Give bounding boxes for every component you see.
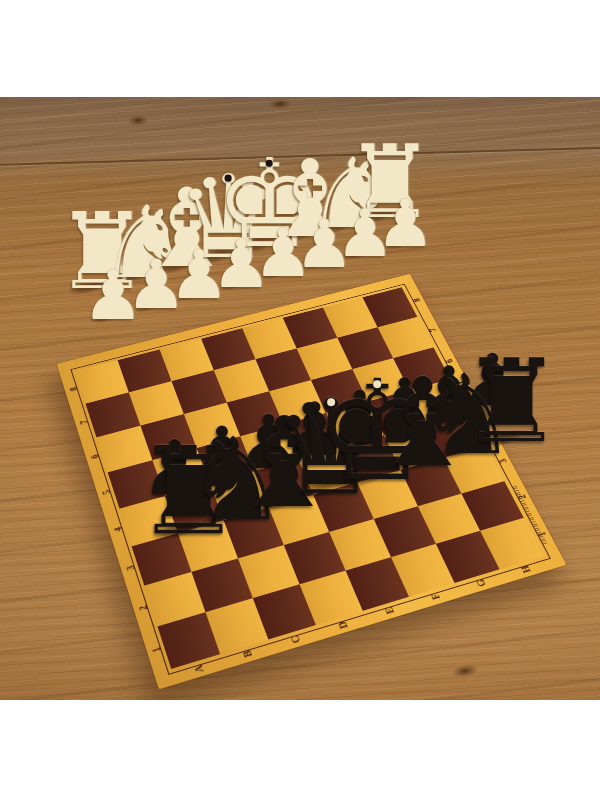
piece-white-pawn[interactable]: ♟ bbox=[376, 191, 435, 257]
product-photo-chess-set: { "scene": { "description": "Overhead ph… bbox=[0, 0, 600, 800]
piece-black-rook[interactable]: ♜ bbox=[460, 344, 563, 459]
